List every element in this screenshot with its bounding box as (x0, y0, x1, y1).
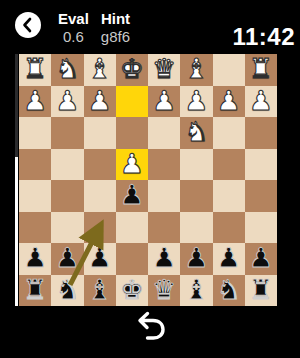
square-f4[interactable] (84, 149, 116, 181)
square-f6[interactable] (84, 212, 116, 244)
square-h7[interactable]: ♟ (19, 243, 51, 275)
piece-bP-g7: ♟ (55, 244, 79, 271)
square-a3[interactable] (245, 117, 277, 149)
square-f5[interactable] (84, 180, 116, 212)
square-b4[interactable] (213, 149, 245, 181)
piece-wN-g1: ♞ (55, 55, 79, 82)
square-c6[interactable] (180, 212, 212, 244)
square-b6[interactable] (213, 212, 245, 244)
square-h6[interactable] (19, 212, 51, 244)
square-a7[interactable]: ♟ (245, 243, 277, 275)
square-b8[interactable]: ♞ (213, 275, 245, 307)
status-clock: 11:42 (232, 23, 295, 51)
square-f2[interactable]: ♟ (84, 86, 116, 118)
square-h1[interactable]: ♜ (19, 54, 51, 86)
square-g8[interactable]: ♞ (51, 275, 83, 307)
square-e7[interactable] (116, 243, 148, 275)
square-d3[interactable] (148, 117, 180, 149)
square-e4[interactable]: ♟ (116, 149, 148, 181)
square-b1[interactable] (213, 54, 245, 86)
square-f8[interactable]: ♝ (84, 275, 116, 307)
square-f7[interactable]: ♟ (84, 243, 116, 275)
eval-value: 0.6 (63, 28, 84, 46)
piece-wB-f1: ♝ (88, 55, 112, 82)
square-g6[interactable] (51, 212, 83, 244)
piece-bP-b7: ♟ (217, 244, 241, 271)
square-d1[interactable]: ♛ (148, 54, 180, 86)
square-d2[interactable]: ♟ (148, 86, 180, 118)
square-b3[interactable] (213, 117, 245, 149)
piece-wR-h1: ♜ (23, 55, 47, 82)
piece-bR-a8: ♜ (249, 276, 273, 303)
square-a5[interactable] (245, 180, 277, 212)
piece-bP-f7: ♟ (88, 244, 112, 271)
piece-bQ-d8: ♛ (152, 276, 176, 303)
square-d6[interactable] (148, 212, 180, 244)
chess-board: ♜♞♝♚♛♝♜♟♟♟♟♟♟♟♞♟♟♟♟♟♟♟♟♟♜♞♝♚♛♝♞♜ (19, 54, 277, 306)
square-c8[interactable]: ♝ (180, 275, 212, 307)
piece-bN-b8: ♞ (217, 276, 241, 303)
square-b5[interactable] (213, 180, 245, 212)
square-e5[interactable]: ♟ (116, 180, 148, 212)
square-b7[interactable]: ♟ (213, 243, 245, 275)
hint-value: g8f6 (101, 28, 130, 46)
square-e8[interactable]: ♚ (116, 275, 148, 307)
header-metrics: Eval 0.6 Hint g8f6 (58, 10, 130, 46)
piece-bP-c7: ♟ (184, 244, 208, 271)
square-g2[interactable]: ♟ (51, 86, 83, 118)
hint-metric: Hint g8f6 (101, 10, 130, 46)
piece-bB-f8: ♝ (88, 276, 112, 303)
square-f3[interactable] (84, 117, 116, 149)
piece-wP-b2: ♟ (217, 87, 241, 114)
piece-wP-c2: ♟ (184, 87, 208, 114)
square-h3[interactable] (19, 117, 51, 149)
piece-wP-e4: ♟ (120, 150, 144, 177)
piece-wB-c1: ♝ (184, 55, 208, 82)
eval-label: Eval (58, 10, 89, 28)
square-b2[interactable]: ♟ (213, 86, 245, 118)
square-c2[interactable]: ♟ (180, 86, 212, 118)
piece-wQ-d1: ♛ (152, 55, 176, 82)
piece-wN-c3: ♞ (184, 118, 208, 145)
square-a2[interactable]: ♟ (245, 86, 277, 118)
hint-label: Hint (101, 10, 130, 28)
square-g3[interactable] (51, 117, 83, 149)
square-d8[interactable]: ♛ (148, 275, 180, 307)
square-g1[interactable]: ♞ (51, 54, 83, 86)
eval-bar-white-segment (15, 157, 18, 306)
square-c3[interactable]: ♞ (180, 117, 212, 149)
square-e2[interactable] (116, 86, 148, 118)
piece-wK-e1: ♚ (120, 55, 144, 82)
undo-button[interactable] (132, 308, 168, 344)
piece-bP-d7: ♟ (152, 244, 176, 271)
square-g7[interactable]: ♟ (51, 243, 83, 275)
square-a6[interactable] (245, 212, 277, 244)
square-g4[interactable] (51, 149, 83, 181)
piece-bK-e8: ♚ (120, 276, 144, 303)
square-h4[interactable] (19, 149, 51, 181)
square-a4[interactable] (245, 149, 277, 181)
piece-wR-a1: ♜ (249, 55, 273, 82)
square-c4[interactable] (180, 149, 212, 181)
piece-wP-f2: ♟ (88, 87, 112, 114)
square-d7[interactable]: ♟ (148, 243, 180, 275)
piece-bN-g8: ♞ (55, 276, 79, 303)
eval-metric: Eval 0.6 (58, 10, 89, 46)
piece-wP-d2: ♟ (152, 87, 176, 114)
square-c5[interactable] (180, 180, 212, 212)
piece-bP-e5: ♟ (120, 181, 144, 208)
square-c7[interactable]: ♟ (180, 243, 212, 275)
back-button[interactable] (15, 12, 41, 38)
undo-arrow-icon (132, 308, 168, 344)
square-a1[interactable]: ♜ (245, 54, 277, 86)
piece-bB-c8: ♝ (184, 276, 208, 303)
piece-wP-g2: ♟ (55, 87, 79, 114)
square-c1[interactable]: ♝ (180, 54, 212, 86)
square-h8[interactable]: ♜ (19, 275, 51, 307)
piece-bP-a7: ♟ (249, 244, 273, 271)
square-f1[interactable]: ♝ (84, 54, 116, 86)
eval-bar (15, 54, 18, 306)
square-a8[interactable]: ♜ (245, 275, 277, 307)
square-e1[interactable]: ♚ (116, 54, 148, 86)
square-e3[interactable] (116, 117, 148, 149)
piece-wP-a2: ♟ (249, 87, 273, 114)
piece-bP-h7: ♟ (23, 244, 47, 271)
piece-wP-h2: ♟ (23, 87, 47, 114)
square-d4[interactable] (148, 149, 180, 181)
square-g5[interactable] (51, 180, 83, 212)
piece-bR-h8: ♜ (23, 276, 47, 303)
square-e6[interactable] (116, 212, 148, 244)
square-d5[interactable] (148, 180, 180, 212)
chevron-left-icon (15, 12, 41, 38)
square-h5[interactable] (19, 180, 51, 212)
square-h2[interactable]: ♟ (19, 86, 51, 118)
